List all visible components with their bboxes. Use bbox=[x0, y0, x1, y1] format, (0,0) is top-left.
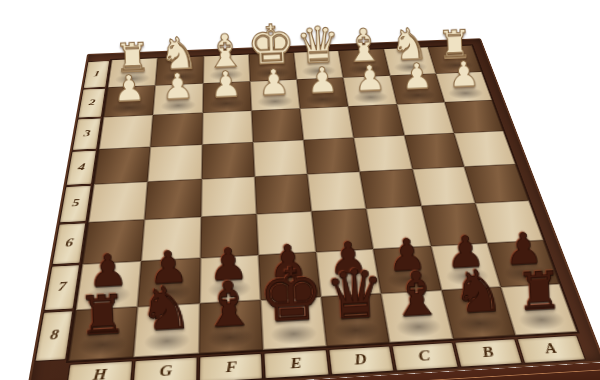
piece-black-king-e8[interactable]: ♚ bbox=[258, 257, 326, 334]
square-c2[interactable] bbox=[343, 76, 396, 107]
square-h2[interactable] bbox=[104, 85, 156, 117]
square-f4[interactable] bbox=[201, 142, 254, 179]
square-e3[interactable] bbox=[251, 109, 303, 143]
square-d3[interactable] bbox=[300, 106, 354, 140]
square-a1[interactable] bbox=[428, 45, 482, 73]
square-h1[interactable] bbox=[108, 58, 158, 87]
piece-black-knight-b8[interactable]: ♞ bbox=[451, 261, 505, 322]
piece-black-queen-d8[interactable]: ♛ bbox=[323, 259, 385, 329]
square-h3[interactable] bbox=[99, 115, 153, 149]
square-c4[interactable] bbox=[354, 135, 412, 171]
chess-board: 12345678 HGFEDCBA ♜♞♝♚♛♝♞♜♟♟♟♟♟♟♟♟♟♟♟♟♟♟… bbox=[26, 38, 600, 380]
square-g3[interactable] bbox=[151, 113, 203, 147]
chess-set-photo: 12345678 HGFEDCBA ♜♞♝♚♛♝♞♜♟♟♟♟♟♟♟♟♟♟♟♟♟♟… bbox=[0, 0, 600, 380]
piece-black-bishop-f8[interactable]: ♝ bbox=[200, 272, 258, 337]
square-e2[interactable] bbox=[250, 79, 300, 110]
piece-black-bishop-c8[interactable]: ♝ bbox=[388, 262, 445, 326]
piece-black-rook-h8[interactable]: ♜ bbox=[77, 287, 128, 343]
square-g2[interactable] bbox=[153, 83, 203, 115]
piece-black-rook-a8[interactable]: ♜ bbox=[515, 263, 563, 318]
square-c1[interactable] bbox=[339, 49, 390, 78]
square-b1[interactable] bbox=[383, 47, 435, 75]
square-g4[interactable] bbox=[148, 145, 202, 182]
square-h4[interactable] bbox=[94, 147, 151, 184]
piece-black-knight-g8[interactable]: ♞ bbox=[138, 277, 194, 339]
square-f2[interactable] bbox=[202, 81, 251, 112]
square-d2[interactable] bbox=[297, 78, 349, 109]
square-c3[interactable] bbox=[348, 104, 404, 137]
square-e1[interactable] bbox=[249, 53, 297, 82]
scene: 12345678 HGFEDCBA ♜♞♝♚♛♝♞♜♟♟♟♟♟♟♟♟♟♟♟♟♟♟… bbox=[0, 0, 600, 380]
square-a2[interactable] bbox=[436, 72, 492, 103]
square-g1[interactable] bbox=[155, 56, 203, 85]
square-d1[interactable] bbox=[294, 51, 344, 80]
square-f3[interactable] bbox=[202, 111, 253, 145]
square-e4[interactable] bbox=[253, 140, 307, 177]
square-d4[interactable] bbox=[303, 138, 359, 174]
square-f1[interactable] bbox=[203, 54, 250, 83]
